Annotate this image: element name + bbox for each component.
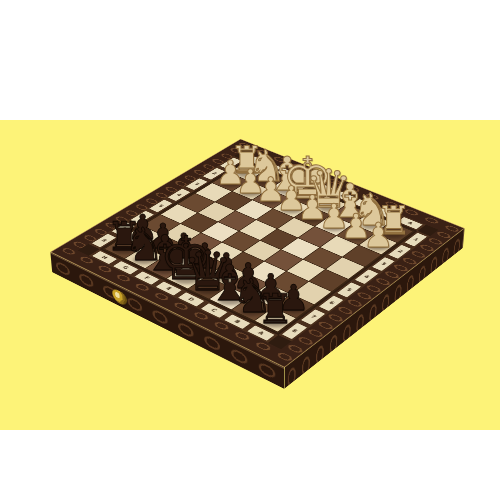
coordinate-frame: HGFEDCBA 12345678 12345678 HGFEDCBA bbox=[78, 151, 439, 350]
product-photo-stage: HGFEDCBA 12345678 12345678 HGFEDCBA ♜♞♟♝… bbox=[0, 0, 500, 500]
chess-box: HGFEDCBA 12345678 12345678 HGFEDCBA bbox=[50, 139, 464, 368]
board-top-face: HGFEDCBA 12345678 12345678 HGFEDCBA bbox=[50, 139, 464, 368]
scene: HGFEDCBA 12345678 12345678 HGFEDCBA bbox=[0, 0, 500, 500]
brass-latch-icon bbox=[112, 287, 127, 307]
